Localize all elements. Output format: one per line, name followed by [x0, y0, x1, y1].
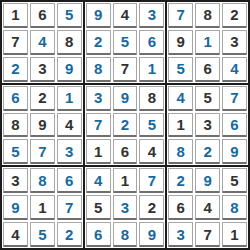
sudoku-box: 457136829	[167, 85, 248, 166]
sudoku-cell-r8c4[interactable]: 5	[86, 195, 111, 220]
sudoku-box: 943256871	[85, 2, 166, 83]
sudoku-cell-r9c6[interactable]: 9	[139, 222, 164, 247]
sudoku-cell-r6c9[interactable]: 9	[222, 139, 247, 164]
sudoku-cell-r8c3[interactable]: 7	[57, 195, 82, 220]
sudoku-cell-r8c1[interactable]: 9	[3, 195, 28, 220]
sudoku-cell-r9c5[interactable]: 8	[113, 222, 138, 247]
sudoku-cell-r3c6[interactable]: 1	[139, 57, 164, 82]
sudoku-cell-r1c1[interactable]: 1	[3, 3, 28, 28]
sudoku-cell-r7c2[interactable]: 8	[30, 168, 55, 193]
sudoku-cell-r3c9[interactable]: 4	[222, 57, 247, 82]
sudoku-cell-r7c7[interactable]: 2	[168, 168, 193, 193]
sudoku-cell-r7c8[interactable]: 9	[195, 168, 220, 193]
sudoku-cell-r9c3[interactable]: 2	[57, 222, 82, 247]
sudoku-box: 417532689	[85, 167, 166, 248]
sudoku-cell-r8c8[interactable]: 4	[195, 195, 220, 220]
sudoku-cell-r1c4[interactable]: 9	[86, 3, 111, 28]
sudoku-cell-r6c2[interactable]: 7	[30, 139, 55, 164]
sudoku-cell-r9c7[interactable]: 3	[168, 222, 193, 247]
sudoku-box: 386917452	[2, 167, 83, 248]
sudoku-cell-r7c5[interactable]: 1	[113, 168, 138, 193]
sudoku-cell-r5c9[interactable]: 6	[222, 113, 247, 138]
sudoku-cell-r1c6[interactable]: 3	[139, 3, 164, 28]
sudoku-box: 782913564	[167, 2, 248, 83]
sudoku-cell-r4c2[interactable]: 2	[30, 86, 55, 111]
sudoku-cell-r3c4[interactable]: 8	[86, 57, 111, 82]
sudoku-cell-r4c1[interactable]: 6	[3, 86, 28, 111]
sudoku-cell-r5c5[interactable]: 2	[113, 113, 138, 138]
sudoku-cell-r7c4[interactable]: 4	[86, 168, 111, 193]
sudoku-cell-r5c3[interactable]: 4	[57, 113, 82, 138]
sudoku-cell-r1c7[interactable]: 7	[168, 3, 193, 28]
sudoku-cell-r8c9[interactable]: 8	[222, 195, 247, 220]
sudoku-cell-r7c9[interactable]: 5	[222, 168, 247, 193]
sudoku-cell-r5c7[interactable]: 1	[168, 113, 193, 138]
sudoku-cell-r4c7[interactable]: 4	[168, 86, 193, 111]
sudoku-cell-r2c3[interactable]: 8	[57, 30, 82, 55]
sudoku-cell-r4c5[interactable]: 9	[113, 86, 138, 111]
sudoku-cell-r2c2[interactable]: 4	[30, 30, 55, 55]
sudoku-cell-r1c3[interactable]: 5	[57, 3, 82, 28]
sudoku-cell-r3c2[interactable]: 3	[30, 57, 55, 82]
sudoku-cell-r2c7[interactable]: 9	[168, 30, 193, 55]
sudoku-cell-r5c4[interactable]: 7	[86, 113, 111, 138]
sudoku-cell-r2c4[interactable]: 2	[86, 30, 111, 55]
sudoku-cell-r6c5[interactable]: 6	[113, 139, 138, 164]
sudoku-cell-r4c3[interactable]: 1	[57, 86, 82, 111]
sudoku-cell-r4c9[interactable]: 7	[222, 86, 247, 111]
sudoku-cell-r2c1[interactable]: 7	[3, 30, 28, 55]
sudoku-cell-r7c6[interactable]: 7	[139, 168, 164, 193]
sudoku-box: 165748239	[2, 2, 83, 83]
sudoku-cell-r5c8[interactable]: 3	[195, 113, 220, 138]
sudoku-cell-r9c8[interactable]: 7	[195, 222, 220, 247]
sudoku-cell-r5c6[interactable]: 5	[139, 113, 164, 138]
sudoku-cell-r6c1[interactable]: 5	[3, 139, 28, 164]
sudoku-cell-r4c4[interactable]: 3	[86, 86, 111, 111]
sudoku-cell-r8c5[interactable]: 3	[113, 195, 138, 220]
sudoku-cell-r5c2[interactable]: 9	[30, 113, 55, 138]
sudoku-cell-r3c8[interactable]: 6	[195, 57, 220, 82]
sudoku-cell-r4c6[interactable]: 8	[139, 86, 164, 111]
sudoku-cell-r9c1[interactable]: 4	[3, 222, 28, 247]
sudoku-app: 1657482399432568717829135646218945733987…	[0, 0, 250, 250]
sudoku-cell-r2c9[interactable]: 3	[222, 30, 247, 55]
sudoku-cell-r8c6[interactable]: 2	[139, 195, 164, 220]
sudoku-cell-r1c5[interactable]: 4	[113, 3, 138, 28]
sudoku-cell-r4c8[interactable]: 5	[195, 86, 220, 111]
sudoku-cell-r2c6[interactable]: 6	[139, 30, 164, 55]
sudoku-cell-r3c7[interactable]: 5	[168, 57, 193, 82]
sudoku-box: 621894573	[2, 85, 83, 166]
sudoku-cell-r8c2[interactable]: 1	[30, 195, 55, 220]
sudoku-cell-r6c3[interactable]: 3	[57, 139, 82, 164]
sudoku-cell-r9c9[interactable]: 1	[222, 222, 247, 247]
sudoku-cell-r6c8[interactable]: 2	[195, 139, 220, 164]
sudoku-cell-r1c2[interactable]: 6	[30, 3, 55, 28]
sudoku-board: 1657482399432568717829135646218945733987…	[0, 0, 250, 250]
sudoku-cell-r2c5[interactable]: 5	[113, 30, 138, 55]
sudoku-cell-r2c8[interactable]: 1	[195, 30, 220, 55]
sudoku-cell-r1c9[interactable]: 2	[222, 3, 247, 28]
sudoku-box: 398725164	[85, 85, 166, 166]
sudoku-cell-r5c1[interactable]: 8	[3, 113, 28, 138]
sudoku-cell-r7c1[interactable]: 3	[3, 168, 28, 193]
sudoku-cell-r6c6[interactable]: 4	[139, 139, 164, 164]
sudoku-cell-r7c3[interactable]: 6	[57, 168, 82, 193]
sudoku-cell-r8c7[interactable]: 6	[168, 195, 193, 220]
sudoku-cell-r6c4[interactable]: 1	[86, 139, 111, 164]
sudoku-cell-r3c3[interactable]: 9	[57, 57, 82, 82]
sudoku-cell-r1c8[interactable]: 8	[195, 3, 220, 28]
sudoku-box: 295648371	[167, 167, 248, 248]
sudoku-cell-r3c5[interactable]: 7	[113, 57, 138, 82]
sudoku-cell-r9c2[interactable]: 5	[30, 222, 55, 247]
sudoku-cell-r9c4[interactable]: 6	[86, 222, 111, 247]
sudoku-cell-r3c1[interactable]: 2	[3, 57, 28, 82]
sudoku-cell-r6c7[interactable]: 8	[168, 139, 193, 164]
